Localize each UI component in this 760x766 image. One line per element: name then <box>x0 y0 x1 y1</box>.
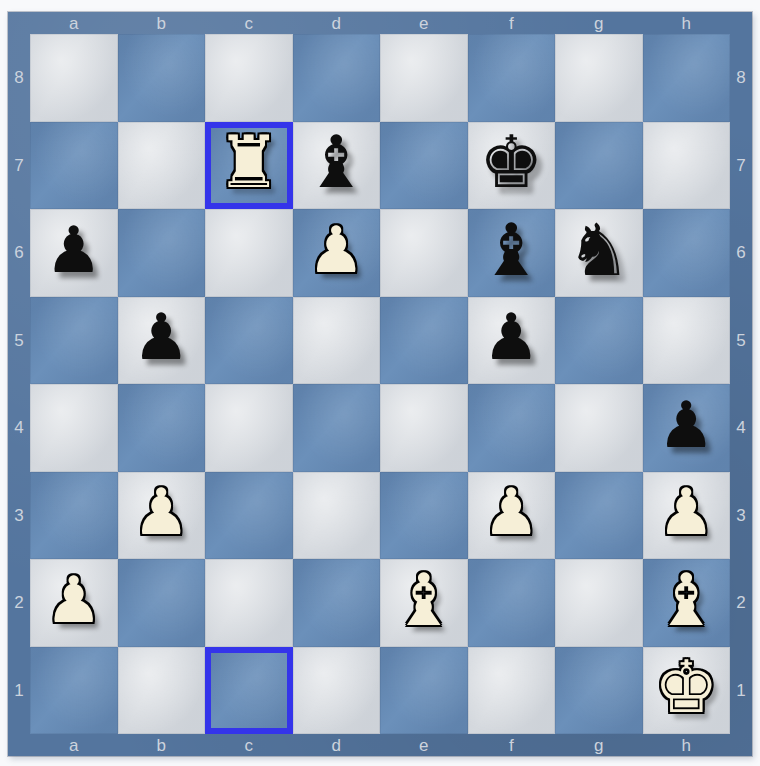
file-label-d-top: d <box>293 12 381 34</box>
rank-label-2-left: 2 <box>8 559 30 647</box>
white-king-h1[interactable]: ♚ <box>654 651 719 723</box>
black-pawn-h4[interactable]: ♟ <box>658 393 715 457</box>
file-label-d-bottom: d <box>293 734 381 756</box>
square-b8[interactable] <box>118 34 206 122</box>
white-bishop-h2[interactable]: ♝ <box>654 564 719 636</box>
square-d5[interactable] <box>293 297 381 385</box>
square-f1[interactable] <box>468 647 556 735</box>
square-h1[interactable]: ♚ <box>643 647 731 735</box>
frame-corner <box>8 734 30 756</box>
square-c2[interactable] <box>205 559 293 647</box>
square-h2[interactable]: ♝ <box>643 559 731 647</box>
rank-label-5-left: 5 <box>8 297 30 385</box>
square-f5[interactable]: ♟ <box>468 297 556 385</box>
frame-corner <box>8 12 30 34</box>
square-g3[interactable] <box>555 472 643 560</box>
square-a3[interactable] <box>30 472 118 560</box>
square-b3[interactable]: ♟ <box>118 472 206 560</box>
chess-board: abcdefgh887♜♝♚76♟♟♝♞65♟♟54♟43♟♟♟32♟♝♝21♚… <box>8 12 752 756</box>
square-f3[interactable]: ♟ <box>468 472 556 560</box>
square-b6[interactable] <box>118 209 206 297</box>
black-pawn-f5[interactable]: ♟ <box>483 305 540 369</box>
square-a5[interactable] <box>30 297 118 385</box>
square-a2[interactable]: ♟ <box>30 559 118 647</box>
square-g2[interactable] <box>555 559 643 647</box>
square-h6[interactable] <box>643 209 731 297</box>
file-label-e-bottom: e <box>380 734 468 756</box>
white-pawn-b3[interactable]: ♟ <box>133 480 190 544</box>
square-a4[interactable] <box>30 384 118 472</box>
file-label-h-top: h <box>643 12 731 34</box>
square-e3[interactable] <box>380 472 468 560</box>
file-label-f-bottom: f <box>468 734 556 756</box>
square-h5[interactable] <box>643 297 731 385</box>
rank-label-1-left: 1 <box>8 647 30 735</box>
black-pawn-a6[interactable]: ♟ <box>45 218 102 282</box>
square-d1[interactable] <box>293 647 381 735</box>
white-pawn-f3[interactable]: ♟ <box>483 480 540 544</box>
file-label-g-top: g <box>555 12 643 34</box>
square-a8[interactable] <box>30 34 118 122</box>
page-background: { "game": "chess", "position": { "fen": … <box>0 0 760 766</box>
square-d4[interactable] <box>293 384 381 472</box>
black-pawn-b5[interactable]: ♟ <box>133 305 190 369</box>
square-f4[interactable] <box>468 384 556 472</box>
rank-label-8-right: 8 <box>730 34 752 122</box>
square-d3[interactable] <box>293 472 381 560</box>
square-e7[interactable] <box>380 122 468 210</box>
square-e6[interactable] <box>380 209 468 297</box>
square-c3[interactable] <box>205 472 293 560</box>
square-g1[interactable] <box>555 647 643 735</box>
square-b5[interactable]: ♟ <box>118 297 206 385</box>
square-b4[interactable] <box>118 384 206 472</box>
file-label-c-bottom: c <box>205 734 293 756</box>
square-c4[interactable] <box>205 384 293 472</box>
file-label-a-top: a <box>30 12 118 34</box>
rank-label-3-right: 3 <box>730 472 752 560</box>
square-b7[interactable] <box>118 122 206 210</box>
square-a7[interactable] <box>30 122 118 210</box>
square-d8[interactable] <box>293 34 381 122</box>
square-h8[interactable] <box>643 34 731 122</box>
rank-label-2-right: 2 <box>730 559 752 647</box>
black-bishop-f6[interactable]: ♝ <box>479 214 544 286</box>
square-b2[interactable] <box>118 559 206 647</box>
square-e1[interactable] <box>380 647 468 735</box>
square-g5[interactable] <box>555 297 643 385</box>
square-e4[interactable] <box>380 384 468 472</box>
square-c5[interactable] <box>205 297 293 385</box>
file-label-b-top: b <box>118 12 206 34</box>
square-e5[interactable] <box>380 297 468 385</box>
square-f2[interactable] <box>468 559 556 647</box>
black-king-f7[interactable]: ♚ <box>479 126 544 198</box>
rank-label-4-right: 4 <box>730 384 752 472</box>
square-h3[interactable]: ♟ <box>643 472 731 560</box>
square-f8[interactable] <box>468 34 556 122</box>
square-g6[interactable]: ♞ <box>555 209 643 297</box>
square-d6[interactable]: ♟ <box>293 209 381 297</box>
square-d2[interactable] <box>293 559 381 647</box>
file-label-f-top: f <box>468 12 556 34</box>
rank-label-4-left: 4 <box>8 384 30 472</box>
file-label-h-bottom: h <box>643 734 731 756</box>
square-g7[interactable] <box>555 122 643 210</box>
square-b1[interactable] <box>118 647 206 735</box>
file-label-g-bottom: g <box>555 734 643 756</box>
black-bishop-d7[interactable]: ♝ <box>304 126 369 198</box>
rank-label-3-left: 3 <box>8 472 30 560</box>
white-pawn-h3[interactable]: ♟ <box>658 480 715 544</box>
square-g8[interactable] <box>555 34 643 122</box>
square-d7[interactable]: ♝ <box>293 122 381 210</box>
rank-label-6-left: 6 <box>8 209 30 297</box>
square-f7[interactable]: ♚ <box>468 122 556 210</box>
white-pawn-a2[interactable]: ♟ <box>45 568 102 632</box>
square-e2[interactable]: ♝ <box>380 559 468 647</box>
rank-label-1-right: 1 <box>730 647 752 735</box>
file-label-a-bottom: a <box>30 734 118 756</box>
square-e8[interactable] <box>380 34 468 122</box>
square-h7[interactable] <box>643 122 731 210</box>
square-g4[interactable] <box>555 384 643 472</box>
rank-label-7-left: 7 <box>8 122 30 210</box>
square-c1[interactable] <box>205 647 293 735</box>
frame-corner <box>730 734 752 756</box>
rank-label-7-right: 7 <box>730 122 752 210</box>
square-c8[interactable] <box>205 34 293 122</box>
file-label-b-bottom: b <box>118 734 206 756</box>
square-a6[interactable]: ♟ <box>30 209 118 297</box>
rank-label-6-right: 6 <box>730 209 752 297</box>
rank-label-8-left: 8 <box>8 34 30 122</box>
square-a1[interactable] <box>30 647 118 735</box>
white-pawn-d6[interactable]: ♟ <box>308 218 365 282</box>
white-rook-c7[interactable]: ♜ <box>216 126 281 198</box>
square-f6[interactable]: ♝ <box>468 209 556 297</box>
file-label-c-top: c <box>205 12 293 34</box>
square-c6[interactable] <box>205 209 293 297</box>
black-knight-g6[interactable]: ♞ <box>566 214 631 286</box>
file-label-e-top: e <box>380 12 468 34</box>
white-bishop-e2[interactable]: ♝ <box>391 564 456 636</box>
square-c7[interactable]: ♜ <box>205 122 293 210</box>
frame-corner <box>730 12 752 34</box>
square-h4[interactable]: ♟ <box>643 384 731 472</box>
rank-label-5-right: 5 <box>730 297 752 385</box>
